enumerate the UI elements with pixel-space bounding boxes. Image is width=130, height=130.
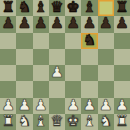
black-pawn-icon: ♟ (115, 15, 128, 31)
white-pawn-icon: ♟ (66, 97, 79, 113)
square-h5[interactable] (114, 49, 130, 65)
square-a6[interactable] (0, 33, 16, 49)
chess-board: ♜♞♝♛♚♝♜♟♟♟♟♟♟♟♟♞♟♟♟♟♟♟♟♟♜♞♝♛♚♝♞♜ (0, 0, 130, 130)
square-e5[interactable] (65, 49, 81, 65)
square-f4[interactable] (81, 65, 97, 81)
black-pawn-icon: ♟ (18, 15, 31, 31)
square-b6[interactable] (16, 33, 32, 49)
white-pawn-icon: ♟ (34, 97, 47, 113)
white-king-icon: ♚ (66, 113, 79, 129)
black-bishop-icon: ♝ (83, 0, 96, 15)
black-queen-icon: ♛ (50, 0, 63, 15)
square-e7[interactable]: ♟ (65, 16, 81, 32)
square-e6[interactable] (65, 33, 81, 49)
square-c5[interactable] (33, 49, 49, 65)
black-pawn-icon: ♟ (50, 15, 63, 31)
black-pawn-icon: ♟ (66, 15, 79, 31)
square-g4[interactable] (98, 65, 114, 81)
square-a7[interactable]: ♟ (0, 16, 16, 32)
white-pawn-icon: ♟ (1, 97, 14, 113)
square-g7[interactable]: ♟ (98, 16, 114, 32)
square-d7[interactable]: ♟ (49, 16, 65, 32)
square-a5[interactable] (0, 49, 16, 65)
square-b5[interactable] (16, 49, 32, 65)
square-d1[interactable]: ♛ (49, 114, 65, 130)
square-a1[interactable]: ♜ (0, 114, 16, 130)
black-bishop-icon: ♝ (34, 0, 47, 15)
square-d4[interactable]: ♟ (49, 65, 65, 81)
square-f6[interactable]: ♞ (81, 33, 97, 49)
white-knight-icon: ♞ (99, 113, 112, 129)
white-pawn-icon: ♟ (83, 97, 96, 113)
square-g6[interactable] (98, 33, 114, 49)
black-knight-icon: ♞ (83, 32, 96, 48)
white-knight-icon: ♞ (18, 113, 31, 129)
black-king-icon: ♚ (66, 0, 79, 15)
square-h7[interactable]: ♟ (114, 16, 130, 32)
square-h1[interactable]: ♜ (114, 114, 130, 130)
square-c4[interactable] (33, 65, 49, 81)
square-c6[interactable] (33, 33, 49, 49)
white-rook-icon: ♜ (1, 113, 14, 129)
white-pawn-icon: ♟ (50, 64, 63, 80)
black-pawn-icon: ♟ (1, 15, 14, 31)
black-rook-icon: ♜ (1, 0, 14, 15)
black-pawn-icon: ♟ (99, 15, 112, 31)
black-pawn-icon: ♟ (34, 15, 47, 31)
square-b7[interactable]: ♟ (16, 16, 32, 32)
square-c1[interactable]: ♝ (33, 114, 49, 130)
square-e4[interactable] (65, 65, 81, 81)
black-rook-icon: ♜ (115, 0, 128, 15)
black-pawn-icon: ♟ (83, 15, 96, 31)
square-e1[interactable]: ♚ (65, 114, 81, 130)
square-a4[interactable] (0, 65, 16, 81)
white-queen-icon: ♛ (50, 113, 63, 129)
white-rook-icon: ♜ (115, 113, 128, 129)
square-c7[interactable]: ♟ (33, 16, 49, 32)
square-d6[interactable] (49, 33, 65, 49)
square-b4[interactable] (16, 65, 32, 81)
square-b1[interactable]: ♞ (16, 114, 32, 130)
white-pawn-icon: ♟ (99, 97, 112, 113)
square-f1[interactable]: ♝ (81, 114, 97, 130)
square-d3[interactable] (49, 81, 65, 97)
white-pawn-icon: ♟ (18, 97, 31, 113)
square-h4[interactable] (114, 65, 130, 81)
white-bishop-icon: ♝ (34, 113, 47, 129)
square-f5[interactable] (81, 49, 97, 65)
white-pawn-icon: ♟ (115, 97, 128, 113)
square-h6[interactable] (114, 33, 130, 49)
square-g5[interactable] (98, 49, 114, 65)
square-g1[interactable]: ♞ (98, 114, 114, 130)
white-bishop-icon: ♝ (83, 113, 96, 129)
black-knight-icon: ♞ (18, 0, 31, 15)
